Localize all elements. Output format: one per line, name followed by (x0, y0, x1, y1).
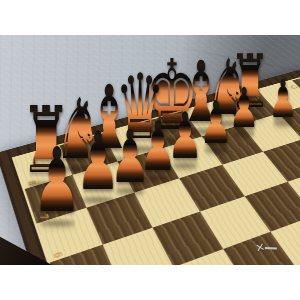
photo: 87654321ABCDEFGH ♜♞♝♛♚♝♞♜♟♟♟♟♟♟♟♟ ✕ (0, 35, 300, 265)
piece-black-pawn-a7[interactable]: ♟ (32, 136, 81, 225)
pieces-layer: ♜♞♝♛♚♝♞♜♟♟♟♟♟♟♟♟ (0, 35, 300, 265)
piece-black-pawn-b7[interactable]: ♟ (76, 122, 120, 202)
piece-black-pawn-g7[interactable]: ♟ (229, 81, 260, 136)
piece-black-pawn-h7[interactable]: ♟ (269, 73, 298, 125)
piece-black-pawn-f7[interactable]: ♟ (200, 93, 233, 152)
